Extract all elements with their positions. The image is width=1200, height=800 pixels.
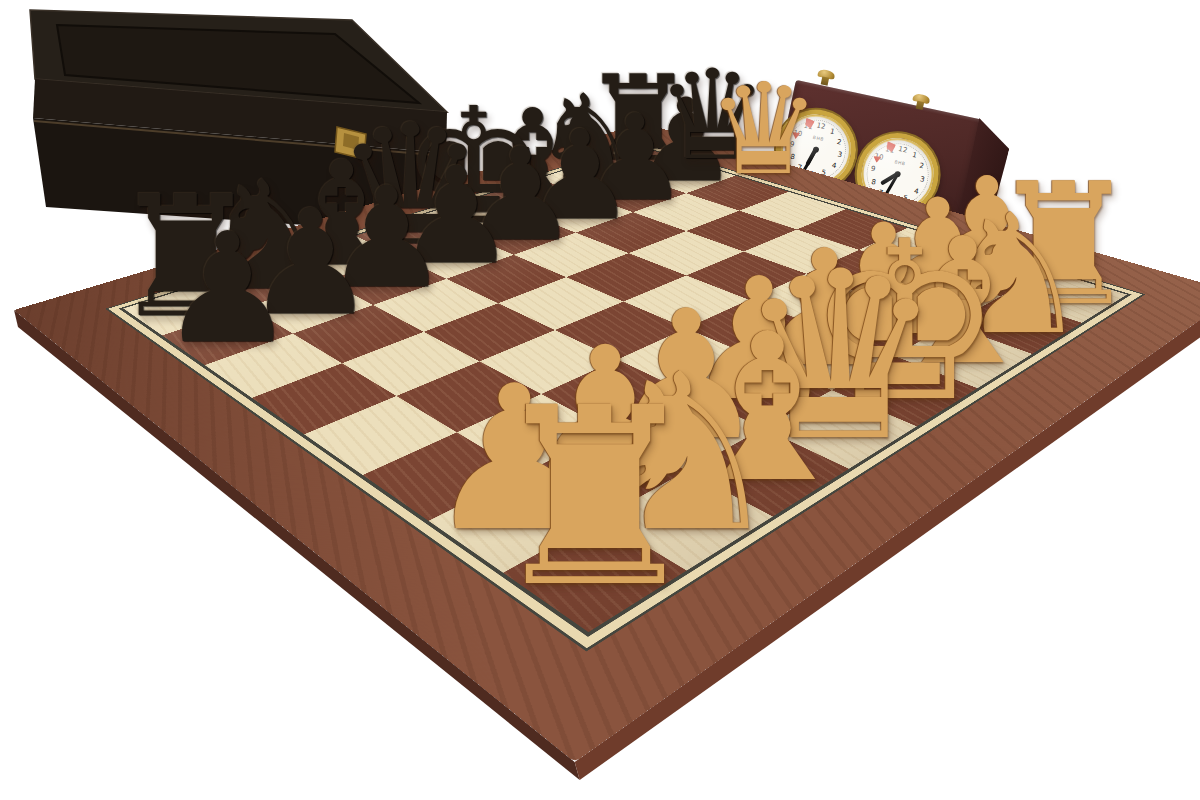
dial-number-9: 9 bbox=[870, 165, 876, 174]
dial-hub bbox=[812, 146, 819, 153]
dial-hub bbox=[894, 171, 901, 178]
dial-number-12: 12 bbox=[898, 145, 908, 155]
dial-number-3: 3 bbox=[837, 150, 843, 159]
dial-number-8: 8 bbox=[790, 153, 796, 162]
dial-number-12: 12 bbox=[816, 121, 826, 131]
dial-number-2: 2 bbox=[919, 162, 925, 171]
dial-number-4: 4 bbox=[913, 187, 919, 196]
dial-number-1: 1 bbox=[829, 127, 835, 136]
dial-number-3: 3 bbox=[919, 175, 925, 184]
dial-number-1: 1 bbox=[911, 151, 917, 160]
dial-number-9: 9 bbox=[789, 140, 795, 149]
dial-number-2: 2 bbox=[836, 138, 842, 147]
dial-number-8: 8 bbox=[871, 178, 877, 187]
scene: 121234567891011BHB 121234567891011BHB ♜♞… bbox=[0, 0, 1200, 800]
clock-brand: BHB bbox=[894, 159, 906, 166]
clock-brand: BHB bbox=[812, 135, 824, 142]
dial-number-4: 4 bbox=[831, 162, 837, 171]
